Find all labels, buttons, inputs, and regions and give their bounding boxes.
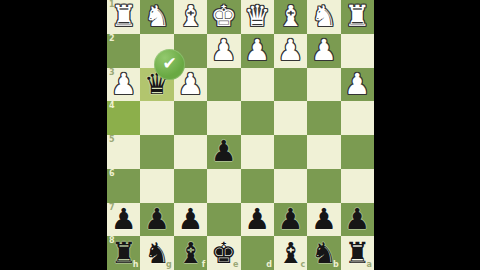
piece-white-queen[interactable]: ♛ bbox=[244, 2, 270, 31]
piece-white-knight[interactable]: ♞ bbox=[144, 2, 170, 31]
piece-black-pawn[interactable]: ♟ bbox=[211, 137, 237, 166]
piece-white-pawn[interactable]: ♟ bbox=[344, 70, 370, 99]
square-b7[interactable]: ♟ bbox=[307, 203, 340, 237]
rank-label-1: 1 bbox=[109, 1, 115, 9]
square-e4[interactable] bbox=[207, 101, 240, 135]
rank-label-5: 5 bbox=[109, 136, 115, 144]
letterbox-left bbox=[0, 0, 107, 270]
square-e5[interactable]: ♟ bbox=[207, 135, 240, 169]
square-c3[interactable] bbox=[274, 68, 307, 102]
square-a4[interactable] bbox=[341, 101, 374, 135]
square-h8[interactable]: 8h♜ bbox=[107, 236, 140, 270]
square-a2[interactable] bbox=[341, 34, 374, 68]
square-d1[interactable]: ♛ bbox=[241, 0, 274, 34]
square-h4[interactable]: 4 bbox=[107, 101, 140, 135]
square-g6[interactable] bbox=[140, 169, 173, 203]
piece-white-bishop[interactable]: ♝ bbox=[177, 2, 203, 31]
file-label-c: c bbox=[301, 261, 306, 269]
square-d3[interactable] bbox=[241, 68, 274, 102]
square-d4[interactable] bbox=[241, 101, 274, 135]
square-g1[interactable]: ♞ bbox=[140, 0, 173, 34]
square-b5[interactable] bbox=[307, 135, 340, 169]
square-d2[interactable]: ♟ bbox=[241, 34, 274, 68]
piece-black-bishop[interactable]: ♝ bbox=[177, 239, 203, 268]
square-e3[interactable] bbox=[207, 68, 240, 102]
chess-app-stage: 1♜♞♝♚♛♝♞♜2♟♟♟♟3♟♛♟♟45♟67♟♟♟♟♟♟♟8h♜g♞f♝e♚… bbox=[0, 0, 480, 270]
piece-white-king[interactable]: ♚ bbox=[211, 2, 237, 31]
square-c4[interactable] bbox=[274, 101, 307, 135]
rank-label-4: 4 bbox=[109, 102, 115, 110]
square-a5[interactable] bbox=[341, 135, 374, 169]
rank-label-8: 8 bbox=[109, 237, 115, 245]
piece-white-rook[interactable]: ♜ bbox=[344, 2, 370, 31]
square-c5[interactable] bbox=[274, 135, 307, 169]
square-f7[interactable]: ♟ bbox=[174, 203, 207, 237]
piece-black-pawn[interactable]: ♟ bbox=[144, 205, 170, 234]
square-b3[interactable] bbox=[307, 68, 340, 102]
file-label-a: a bbox=[367, 261, 372, 269]
rank-label-2: 2 bbox=[109, 35, 115, 43]
piece-white-pawn[interactable]: ♟ bbox=[111, 70, 137, 99]
square-c7[interactable]: ♟ bbox=[274, 203, 307, 237]
rank-label-3: 3 bbox=[109, 69, 115, 77]
letterbox-right bbox=[374, 0, 480, 270]
rank-label-6: 6 bbox=[109, 170, 115, 178]
square-h3[interactable]: 3♟ bbox=[107, 68, 140, 102]
square-b2[interactable]: ♟ bbox=[307, 34, 340, 68]
square-h2[interactable]: 2 bbox=[107, 34, 140, 68]
square-g7[interactable]: ♟ bbox=[140, 203, 173, 237]
rank-label-7: 7 bbox=[109, 204, 115, 212]
square-f8[interactable]: f♝ bbox=[174, 236, 207, 270]
square-a7[interactable]: ♟ bbox=[341, 203, 374, 237]
piece-black-pawn[interactable]: ♟ bbox=[344, 205, 370, 234]
chess-board[interactable]: 1♜♞♝♚♛♝♞♜2♟♟♟♟3♟♛♟♟45♟67♟♟♟♟♟♟♟8h♜g♞f♝e♚… bbox=[107, 0, 374, 270]
square-b1[interactable]: ♞ bbox=[307, 0, 340, 34]
square-e2[interactable]: ♟ bbox=[207, 34, 240, 68]
square-d8[interactable]: d bbox=[241, 236, 274, 270]
piece-white-pawn[interactable]: ♟ bbox=[211, 36, 237, 65]
square-a1[interactable]: ♜ bbox=[341, 0, 374, 34]
file-label-b: b bbox=[333, 261, 339, 269]
square-e7[interactable] bbox=[207, 203, 240, 237]
square-g8[interactable]: g♞ bbox=[140, 236, 173, 270]
square-b8[interactable]: b♞ bbox=[307, 236, 340, 270]
square-f6[interactable] bbox=[174, 169, 207, 203]
piece-white-pawn[interactable]: ♟ bbox=[311, 36, 337, 65]
file-label-e: e bbox=[233, 261, 238, 269]
square-c6[interactable] bbox=[274, 169, 307, 203]
square-f1[interactable]: ♝ bbox=[174, 0, 207, 34]
piece-black-pawn[interactable]: ♟ bbox=[244, 205, 270, 234]
square-a3[interactable]: ♟ bbox=[341, 68, 374, 102]
square-c8[interactable]: c♝ bbox=[274, 236, 307, 270]
file-label-d: d bbox=[266, 261, 272, 269]
square-d5[interactable] bbox=[241, 135, 274, 169]
square-a6[interactable] bbox=[341, 169, 374, 203]
square-f4[interactable] bbox=[174, 101, 207, 135]
piece-black-pawn[interactable]: ♟ bbox=[111, 205, 137, 234]
correct-move-badge: ✔ bbox=[154, 49, 185, 80]
square-c2[interactable]: ♟ bbox=[274, 34, 307, 68]
square-e8[interactable]: e♚ bbox=[207, 236, 240, 270]
piece-black-pawn[interactable]: ♟ bbox=[311, 205, 337, 234]
square-g4[interactable] bbox=[140, 101, 173, 135]
square-h1[interactable]: 1♜ bbox=[107, 0, 140, 34]
piece-black-pawn[interactable]: ♟ bbox=[278, 205, 304, 234]
piece-white-knight[interactable]: ♞ bbox=[311, 2, 337, 31]
square-f5[interactable] bbox=[174, 135, 207, 169]
square-a8[interactable]: a♜ bbox=[341, 236, 374, 270]
piece-white-pawn[interactable]: ♟ bbox=[278, 36, 304, 65]
square-h6[interactable]: 6 bbox=[107, 169, 140, 203]
checkmark-icon: ✔ bbox=[162, 55, 176, 72]
piece-black-pawn[interactable]: ♟ bbox=[177, 205, 203, 234]
square-c1[interactable]: ♝ bbox=[274, 0, 307, 34]
square-g5[interactable] bbox=[140, 135, 173, 169]
square-e1[interactable]: ♚ bbox=[207, 0, 240, 34]
square-h5[interactable]: 5 bbox=[107, 135, 140, 169]
file-label-f: f bbox=[202, 261, 205, 269]
square-d7[interactable]: ♟ bbox=[241, 203, 274, 237]
square-d6[interactable] bbox=[241, 169, 274, 203]
piece-white-bishop[interactable]: ♝ bbox=[278, 2, 304, 31]
piece-white-pawn[interactable]: ♟ bbox=[244, 36, 270, 65]
square-e6[interactable] bbox=[207, 169, 240, 203]
file-label-g: g bbox=[166, 261, 172, 269]
square-b6[interactable] bbox=[307, 169, 340, 203]
file-label-h: h bbox=[133, 261, 139, 269]
square-b4[interactable] bbox=[307, 101, 340, 135]
square-h7[interactable]: 7♟ bbox=[107, 203, 140, 237]
